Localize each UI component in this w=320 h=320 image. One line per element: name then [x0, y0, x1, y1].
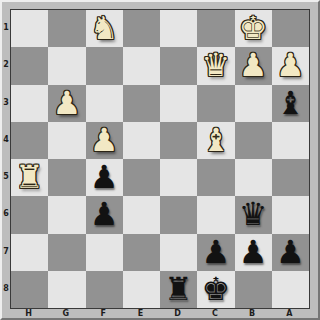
square-h3[interactable]: [11, 85, 48, 122]
square-e2[interactable]: [123, 47, 160, 84]
square-a8[interactable]: [272, 271, 309, 308]
file-label: A: [271, 308, 308, 319]
square-d2[interactable]: [160, 47, 197, 84]
square-c7[interactable]: ♟: [197, 234, 234, 271]
file-label: G: [47, 308, 84, 319]
square-e3[interactable]: [123, 85, 160, 122]
square-b3[interactable]: [235, 85, 272, 122]
square-g3[interactable]: ♟: [48, 85, 85, 122]
file-label: C: [196, 308, 233, 319]
white-king[interactable]: ♚: [239, 10, 268, 47]
rank-label: 2: [2, 46, 10, 83]
rank-label: 4: [2, 121, 10, 158]
rank-labels: 12345678: [2, 9, 10, 307]
square-a2[interactable]: ♟: [272, 47, 309, 84]
white-rook[interactable]: ♜: [15, 159, 44, 196]
square-c2[interactable]: ♛: [197, 47, 234, 84]
square-d8[interactable]: ♜: [160, 271, 197, 308]
square-b4[interactable]: [235, 122, 272, 159]
square-a1[interactable]: [272, 10, 309, 47]
white-pawn[interactable]: ♟: [239, 47, 268, 84]
black-pawn[interactable]: ♟: [90, 196, 119, 233]
white-knight[interactable]: ♞: [90, 10, 119, 47]
square-e6[interactable]: [123, 196, 160, 233]
square-c6[interactable]: [197, 196, 234, 233]
square-f8[interactable]: [86, 271, 123, 308]
square-f5[interactable]: ♟: [86, 159, 123, 196]
file-label: B: [234, 308, 271, 319]
square-d4[interactable]: [160, 122, 197, 159]
square-f1[interactable]: ♞: [86, 10, 123, 47]
rank-label: 3: [2, 84, 10, 121]
square-g1[interactable]: [48, 10, 85, 47]
black-pawn[interactable]: ♟: [90, 159, 119, 196]
square-g2[interactable]: [48, 47, 85, 84]
rank-label: 7: [2, 233, 10, 270]
black-king[interactable]: ♚: [202, 271, 231, 308]
black-pawn[interactable]: ♟: [239, 234, 268, 271]
square-d7[interactable]: [160, 234, 197, 271]
square-b5[interactable]: [235, 159, 272, 196]
square-h6[interactable]: [11, 196, 48, 233]
square-c4[interactable]: ♝: [197, 122, 234, 159]
rank-label: 6: [2, 195, 10, 232]
square-b8[interactable]: [235, 271, 272, 308]
square-g4[interactable]: [48, 122, 85, 159]
white-bishop[interactable]: ♝: [202, 122, 231, 159]
square-e5[interactable]: [123, 159, 160, 196]
square-e7[interactable]: [123, 234, 160, 271]
square-b1[interactable]: ♚: [235, 10, 272, 47]
square-f6[interactable]: ♟: [86, 196, 123, 233]
file-label: H: [10, 308, 47, 319]
square-h8[interactable]: [11, 271, 48, 308]
square-g6[interactable]: [48, 196, 85, 233]
black-queen[interactable]: ♛: [239, 196, 268, 233]
square-c1[interactable]: [197, 10, 234, 47]
square-g7[interactable]: [48, 234, 85, 271]
square-a3[interactable]: ♝: [272, 85, 309, 122]
file-label: D: [159, 308, 196, 319]
white-pawn[interactable]: ♟: [90, 122, 119, 159]
square-c8[interactable]: ♚: [197, 271, 234, 308]
diagram-frame: 12345678 ♞♚♛♟♟♟♝♟♝♜♟♟♛♟♟♟♜♚ HGFEDCBA: [0, 0, 320, 320]
square-e1[interactable]: [123, 10, 160, 47]
square-a5[interactable]: [272, 159, 309, 196]
square-c3[interactable]: [197, 85, 234, 122]
square-f7[interactable]: [86, 234, 123, 271]
square-d3[interactable]: [160, 85, 197, 122]
white-queen[interactable]: ♛: [202, 47, 231, 84]
square-e8[interactable]: [123, 271, 160, 308]
square-a6[interactable]: [272, 196, 309, 233]
black-rook[interactable]: ♜: [164, 271, 193, 308]
rank-label: 5: [2, 158, 10, 195]
square-f4[interactable]: ♟: [86, 122, 123, 159]
square-d6[interactable]: [160, 196, 197, 233]
file-label: E: [122, 308, 159, 319]
square-f2[interactable]: [86, 47, 123, 84]
square-b6[interactable]: ♛: [235, 196, 272, 233]
chess-board[interactable]: ♞♚♛♟♟♟♝♟♝♜♟♟♛♟♟♟♜♚: [10, 9, 310, 309]
square-a4[interactable]: [272, 122, 309, 159]
square-d5[interactable]: [160, 159, 197, 196]
white-pawn[interactable]: ♟: [276, 47, 305, 84]
square-h7[interactable]: [11, 234, 48, 271]
rank-label: 1: [2, 9, 10, 46]
square-h5[interactable]: ♜: [11, 159, 48, 196]
square-b7[interactable]: ♟: [235, 234, 272, 271]
square-d1[interactable]: [160, 10, 197, 47]
square-e4[interactable]: [123, 122, 160, 159]
square-g8[interactable]: [48, 271, 85, 308]
square-h2[interactable]: [11, 47, 48, 84]
square-a7[interactable]: ♟: [272, 234, 309, 271]
file-label: F: [85, 308, 122, 319]
square-c5[interactable]: [197, 159, 234, 196]
black-pawn[interactable]: ♟: [276, 234, 305, 271]
black-pawn[interactable]: ♟: [202, 234, 231, 271]
white-pawn[interactable]: ♟: [53, 85, 82, 122]
square-f3[interactable]: [86, 85, 123, 122]
square-h1[interactable]: [11, 10, 48, 47]
file-labels: HGFEDCBA: [10, 308, 308, 319]
square-b2[interactable]: ♟: [235, 47, 272, 84]
black-bishop[interactable]: ♝: [276, 85, 305, 122]
rank-label: 8: [2, 270, 10, 307]
square-g5[interactable]: [48, 159, 85, 196]
square-h4[interactable]: [11, 122, 48, 159]
